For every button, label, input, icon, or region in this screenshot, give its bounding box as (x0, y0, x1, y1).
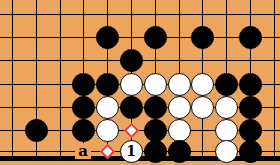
black-stone (72, 119, 95, 142)
black-stone (239, 140, 262, 163)
white-stone (215, 140, 238, 163)
black-stone (144, 96, 167, 119)
white-stone (144, 73, 167, 96)
black-stone (239, 119, 262, 142)
black-stone (215, 73, 238, 96)
black-stone (239, 26, 262, 49)
white-stone (191, 96, 214, 119)
black-stone (168, 140, 191, 163)
go-board: a1 (0, 0, 280, 165)
white-stone (215, 119, 238, 142)
black-stone (25, 119, 48, 142)
black-stone (96, 26, 119, 49)
white-stone (168, 96, 191, 119)
white-stone (191, 73, 214, 96)
red-diamond-marker (123, 122, 139, 138)
black-stone (96, 73, 119, 96)
white-stone (215, 96, 238, 119)
grid-vertical-line (274, 0, 275, 156)
black-stone (72, 96, 95, 119)
white-stone (168, 73, 191, 96)
black-stone (144, 140, 167, 163)
black-stone (120, 49, 143, 72)
black-stone (191, 26, 214, 49)
black-stone (72, 73, 95, 96)
white-stone (96, 96, 119, 119)
white-stone (168, 119, 191, 142)
grid-horizontal-line (0, 14, 280, 15)
white-stone (96, 119, 119, 142)
white-stone (120, 73, 143, 96)
black-stone (144, 26, 167, 49)
black-stone (239, 96, 262, 119)
white-stone-move-1: 1 (120, 140, 143, 163)
grid-vertical-line (12, 0, 13, 156)
move-number-label: 1 (121, 141, 142, 162)
grid-vertical-line (60, 0, 61, 156)
black-stone (120, 96, 143, 119)
black-stone (144, 119, 167, 142)
point-label-a: a (75, 143, 91, 159)
black-stone (239, 73, 262, 96)
